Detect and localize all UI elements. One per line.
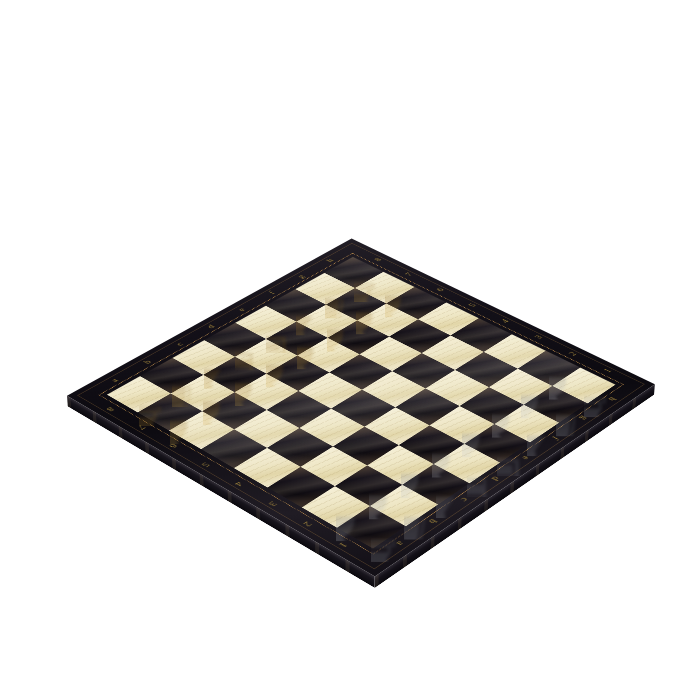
rook-glyph: ♜ — [312, 442, 431, 527]
product-photo-stage: 8765432187654321hgfedcbahgfedcba♜♜♞♞♟♟♝♝… — [0, 0, 700, 700]
chessboard: 8765432187654321hgfedcbahgfedcba♜♜♞♞♟♟♝♝… — [67, 239, 655, 577]
pawn-glyph: ♟ — [114, 353, 226, 412]
chessboard-scene: 8765432187654321hgfedcbahgfedcba♜♜♞♞♟♟♝♝… — [0, 0, 700, 700]
